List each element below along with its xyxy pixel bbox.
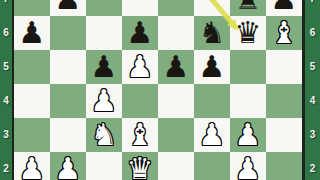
rank-label-3: 3: [0, 129, 12, 140]
piece-white-pawn-f3[interactable]: ♟: [194, 118, 230, 152]
piece-black-rook-g7[interactable]: ♜: [230, 0, 266, 16]
square-f7[interactable]: [194, 0, 230, 16]
square-d7[interactable]: [122, 0, 158, 16]
piece-white-pawn-g3[interactable]: ♟: [230, 118, 266, 152]
piece-black-queen-g6[interactable]: ♛: [230, 16, 266, 50]
rank-labels-right: 765432: [302, 0, 320, 180]
rank-label-5: 5: [305, 61, 320, 72]
piece-white-pawn-g2[interactable]: ♟: [230, 152, 266, 180]
square-a7[interactable]: [14, 0, 50, 16]
square-f4[interactable]: [194, 84, 230, 118]
piece-white-bishop-h6[interactable]: ♝: [266, 16, 302, 50]
square-e3[interactable]: [158, 118, 194, 152]
rank-label-7: 7: [0, 0, 12, 4]
square-b3[interactable]: [50, 118, 86, 152]
piece-black-pawn-f5[interactable]: ♟: [194, 50, 230, 84]
square-h3[interactable]: [266, 118, 302, 152]
piece-black-pawn-d6[interactable]: ♟: [122, 16, 158, 50]
piece-white-pawn-c4[interactable]: ♟: [86, 84, 122, 118]
square-a4[interactable]: [14, 84, 50, 118]
piece-white-queen-d2[interactable]: ♛: [122, 152, 158, 180]
square-e2[interactable]: [158, 152, 194, 180]
rank-label-4: 4: [0, 95, 12, 106]
square-f2[interactable]: [194, 152, 230, 180]
piece-white-pawn-a2[interactable]: ♟: [14, 152, 50, 180]
piece-black-pawn-b7[interactable]: ♟: [50, 0, 86, 16]
chess-board-viewport: ♟♜♟♟♟♞♛♝♟♟♟♟♟♞♝♟♟♟♟♛♟ 765432 765432: [0, 0, 320, 180]
square-e7[interactable]: [158, 0, 194, 16]
rank-label-2: 2: [0, 163, 12, 174]
chess-board[interactable]: ♟♜♟♟♟♞♛♝♟♟♟♟♟♞♝♟♟♟♟♛♟: [14, 0, 302, 180]
rank-labels-left: 765432: [0, 0, 14, 180]
square-c2[interactable]: [86, 152, 122, 180]
piece-white-pawn-d5[interactable]: ♟: [122, 50, 158, 84]
square-d4[interactable]: [122, 84, 158, 118]
rank-label-6: 6: [0, 27, 12, 38]
piece-black-pawn-a6[interactable]: ♟: [14, 16, 50, 50]
rank-label-7: 7: [305, 0, 320, 4]
square-a3[interactable]: [14, 118, 50, 152]
square-c6[interactable]: [86, 16, 122, 50]
square-c7[interactable]: [86, 0, 122, 16]
rank-label-2: 2: [305, 163, 320, 174]
square-g4[interactable]: [230, 84, 266, 118]
rank-label-6: 6: [305, 27, 320, 38]
piece-white-bishop-d3[interactable]: ♝: [122, 118, 158, 152]
square-e6[interactable]: [158, 16, 194, 50]
square-b5[interactable]: [50, 50, 86, 84]
square-b6[interactable]: [50, 16, 86, 50]
piece-white-knight-c3[interactable]: ♞: [86, 118, 122, 152]
square-h2[interactable]: [266, 152, 302, 180]
piece-white-pawn-b2[interactable]: ♟: [50, 152, 86, 180]
square-e4[interactable]: [158, 84, 194, 118]
square-a5[interactable]: [14, 50, 50, 84]
square-g5[interactable]: [230, 50, 266, 84]
square-h4[interactable]: [266, 84, 302, 118]
piece-black-pawn-e5[interactable]: ♟: [158, 50, 194, 84]
piece-black-knight-f6[interactable]: ♞: [194, 16, 230, 50]
piece-black-pawn-h7[interactable]: ♟: [266, 0, 302, 16]
rank-label-3: 3: [305, 129, 320, 140]
piece-black-pawn-c5[interactable]: ♟: [86, 50, 122, 84]
rank-label-5: 5: [0, 61, 12, 72]
square-b4[interactable]: [50, 84, 86, 118]
square-h5[interactable]: [266, 50, 302, 84]
rank-label-4: 4: [305, 95, 320, 106]
